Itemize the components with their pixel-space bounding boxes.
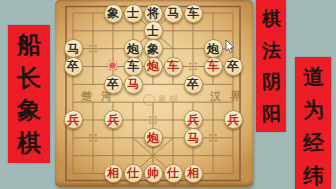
- piece-glyph: 士: [147, 24, 159, 36]
- piece-glyph: 仕: [167, 167, 179, 179]
- piece-red-马[interactable]: 马: [124, 75, 143, 94]
- piece-red-兵[interactable]: 兵: [224, 110, 243, 129]
- piece-glyph: 兵: [187, 113, 199, 125]
- piece-glyph: 仕: [127, 167, 139, 179]
- piece-black-士[interactable]: 士: [144, 21, 163, 40]
- piece-red-炮[interactable]: 炮: [144, 128, 163, 147]
- piece-black-卒[interactable]: 卒: [184, 75, 203, 94]
- piece-glyph: 卒: [67, 60, 79, 72]
- banner-character: 棋: [17, 130, 42, 155]
- piece-red-炮[interactable]: 炮: [144, 57, 163, 76]
- piece-red-帅[interactable]: 帅: [144, 164, 163, 183]
- banner-character: 经: [302, 133, 324, 155]
- banner-character: 道: [302, 67, 324, 89]
- piece-black-卒[interactable]: 卒: [104, 75, 123, 94]
- piece-black-马[interactable]: 马: [64, 39, 83, 58]
- banner-character: 象: [17, 98, 42, 123]
- banner-character: 阳: [261, 103, 281, 123]
- banner-character: 纬: [302, 166, 324, 188]
- piece-glyph: 相: [107, 167, 119, 179]
- piece-glyph: 马: [67, 42, 79, 54]
- piece-glyph: 卒: [187, 78, 199, 90]
- piece-glyph: 车: [187, 7, 199, 19]
- last-move-origin-marker: [108, 61, 117, 70]
- piece-glyph: 兵: [227, 113, 239, 125]
- piece-black-将[interactable]: 将: [144, 4, 163, 23]
- piece-red-车[interactable]: 车: [204, 57, 223, 76]
- piece-black-马[interactable]: 马: [164, 4, 183, 23]
- piece-black-象[interactable]: 象: [104, 4, 123, 23]
- piece-glyph: 将: [147, 7, 159, 19]
- piece-black-卒[interactable]: 卒: [224, 57, 243, 76]
- piece-black-卒[interactable]: 卒: [64, 57, 83, 76]
- piece-red-仕[interactable]: 仕: [164, 164, 183, 183]
- banner-character: 棋: [261, 9, 281, 29]
- piece-black-炮[interactable]: 炮: [124, 39, 143, 58]
- piece-black-车[interactable]: 车: [184, 4, 203, 23]
- piece-red-兵[interactable]: 兵: [64, 110, 83, 129]
- piece-glyph: 兵: [107, 113, 119, 125]
- screenshot-stage: 楚河 汉界 象棋 象士将马车士马炮象炮卒车炮车车卒卒马卒兵兵兵兵炮马相仕帅仕相 …: [0, 0, 336, 189]
- piece-black-士[interactable]: 士: [124, 4, 143, 23]
- banner-character: 为: [302, 100, 324, 122]
- piece-red-仕[interactable]: 仕: [124, 164, 143, 183]
- piece-black-炮[interactable]: 炮: [204, 39, 223, 58]
- piece-glyph: 炮: [207, 42, 219, 54]
- piece-red-相[interactable]: 相: [104, 164, 123, 183]
- banner-character: 船: [17, 33, 42, 58]
- piece-red-兵[interactable]: 兵: [104, 110, 123, 129]
- piece-glyph: 士: [127, 7, 139, 19]
- piece-glyph: 卒: [107, 78, 119, 90]
- right-banner-dao-jingwei: 道为经纬: [295, 57, 331, 189]
- banner-character: 长: [17, 65, 42, 90]
- piece-glyph: 车: [127, 60, 139, 72]
- piece-glyph: 象: [147, 42, 159, 54]
- piece-glyph: 车: [167, 60, 179, 72]
- piece-glyph: 象: [107, 7, 119, 19]
- piece-red-马[interactable]: 马: [184, 128, 203, 147]
- piece-glyph: 卒: [227, 60, 239, 72]
- piece-red-车[interactable]: 车: [164, 57, 183, 76]
- piece-glyph: 帅: [147, 167, 159, 179]
- piece-glyph: 马: [127, 78, 139, 90]
- piece-glyph: 兵: [67, 113, 79, 125]
- piece-black-车[interactable]: 车: [124, 57, 143, 76]
- banner-character: 法: [261, 40, 281, 60]
- piece-red-相[interactable]: 相: [184, 164, 203, 183]
- piece-glyph: 炮: [147, 131, 159, 143]
- piece-black-象[interactable]: 象: [144, 39, 163, 58]
- piece-glyph: 炮: [147, 60, 159, 72]
- banner-character: 阴: [261, 72, 281, 92]
- piece-red-兵[interactable]: 兵: [184, 110, 203, 129]
- piece-glyph: 马: [187, 131, 199, 143]
- piece-glyph: 炮: [127, 42, 139, 54]
- left-banner-captain-xiangqi: 船长象棋: [8, 25, 50, 163]
- piece-glyph: 车: [207, 60, 219, 72]
- piece-glyph: 相: [187, 167, 199, 179]
- right-banner-qifa-yinyang: 棋法阴阳: [256, 0, 286, 132]
- piece-glyph: 马: [167, 7, 179, 19]
